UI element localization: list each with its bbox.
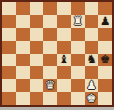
square-e5[interactable] [57,41,71,54]
square-h5[interactable] [98,41,112,54]
square-g2[interactable]: ♟ [85,79,99,92]
square-h1[interactable] [98,92,112,105]
square-g6[interactable] [85,28,99,41]
square-a2[interactable] [2,79,16,92]
square-h7[interactable]: ♟ [98,15,112,28]
square-e2[interactable] [57,79,71,92]
square-b1[interactable] [16,92,30,105]
square-c6[interactable] [30,28,44,41]
square-d5[interactable] [43,41,57,54]
square-a1[interactable] [2,92,16,105]
square-a8[interactable] [2,2,16,15]
black-king: ♚ [100,54,110,66]
square-b7[interactable] [16,15,30,28]
square-d8[interactable] [43,2,57,15]
square-g5[interactable] [85,41,99,54]
square-b5[interactable] [16,41,30,54]
square-c5[interactable] [30,41,44,54]
square-f3[interactable] [71,66,85,79]
square-f7[interactable]: ♜ [71,15,85,28]
square-d7[interactable] [43,15,57,28]
square-d3[interactable] [43,66,57,79]
square-h3[interactable] [98,66,112,79]
square-a6[interactable] [2,28,16,41]
square-f2[interactable] [71,79,85,92]
square-g4[interactable]: ♞ [85,54,99,67]
chess-board: ♜♟♝♞♚♛♟♚ [2,2,112,105]
square-f6[interactable] [71,28,85,41]
white-queen: ♛ [45,80,55,92]
square-h4[interactable]: ♚ [98,54,112,67]
square-f4[interactable] [71,54,85,67]
square-b8[interactable] [16,2,30,15]
background-strip [0,107,114,110]
square-g7[interactable] [85,15,99,28]
square-d2[interactable]: ♛ [43,79,57,92]
square-b6[interactable] [16,28,30,41]
square-h2[interactable] [98,79,112,92]
square-c7[interactable] [30,15,44,28]
square-b4[interactable] [16,54,30,67]
square-b3[interactable] [16,66,30,79]
square-c4[interactable] [30,54,44,67]
square-a3[interactable] [2,66,16,79]
square-g1[interactable]: ♚ [85,92,99,105]
chess-diagram: ♜♟♝♞♚♛♟♚ [0,0,114,110]
square-e8[interactable] [57,2,71,15]
square-a4[interactable] [2,54,16,67]
square-e1[interactable] [57,92,71,105]
square-c3[interactable] [30,66,44,79]
square-e7[interactable] [57,15,71,28]
black-bishop: ♝ [59,54,69,66]
square-e3[interactable] [57,66,71,79]
square-d1[interactable] [43,92,57,105]
square-h8[interactable] [98,2,112,15]
square-e6[interactable] [57,28,71,41]
square-c2[interactable] [30,79,44,92]
white-rook: ♜ [72,16,82,28]
white-pawn: ♟ [86,80,96,92]
board-frame: ♜♟♝♞♚♛♟♚ [0,0,114,107]
square-f8[interactable] [71,2,85,15]
black-pawn: ♟ [100,16,110,28]
square-d4[interactable] [43,54,57,67]
square-b2[interactable] [16,79,30,92]
square-a7[interactable] [2,15,16,28]
square-c1[interactable] [30,92,44,105]
square-h6[interactable] [98,28,112,41]
square-a5[interactable] [2,41,16,54]
square-c8[interactable] [30,2,44,15]
white-king: ♚ [86,93,96,105]
square-e4[interactable]: ♝ [57,54,71,67]
square-f5[interactable] [71,41,85,54]
square-g8[interactable] [85,2,99,15]
square-d6[interactable] [43,28,57,41]
black-knight: ♞ [86,54,96,66]
square-f1[interactable] [71,92,85,105]
square-g3[interactable] [85,66,99,79]
